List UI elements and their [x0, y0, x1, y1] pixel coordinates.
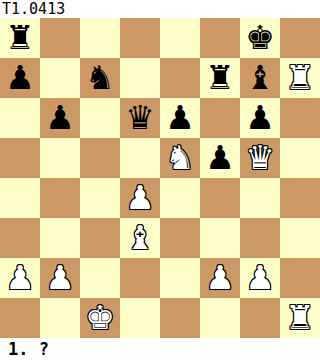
square-h5[interactable] [280, 138, 320, 178]
square-e3[interactable] [160, 218, 200, 258]
square-c1[interactable]: ♚ [80, 298, 120, 338]
square-a5[interactable] [0, 138, 40, 178]
square-h2[interactable] [280, 258, 320, 298]
square-d4[interactable]: ♟ [120, 178, 160, 218]
square-b3[interactable] [40, 218, 80, 258]
square-c2[interactable] [80, 258, 120, 298]
white-rook: ♜ [285, 58, 315, 98]
square-e2[interactable] [160, 258, 200, 298]
white-king: ♚ [85, 298, 115, 338]
square-a6[interactable] [0, 98, 40, 138]
white-bishop: ♝ [125, 218, 155, 258]
square-a3[interactable] [0, 218, 40, 258]
square-g8[interactable]: ♚ [240, 18, 280, 58]
square-h3[interactable] [280, 218, 320, 258]
square-e5[interactable]: ♞ [160, 138, 200, 178]
square-c4[interactable] [80, 178, 120, 218]
black-pawn: ♟ [245, 98, 275, 138]
square-h1[interactable]: ♜ [280, 298, 320, 338]
black-pawn: ♟ [205, 138, 235, 178]
square-d2[interactable] [120, 258, 160, 298]
move-prompt: 1. ? [0, 338, 320, 360]
white-pawn: ♟ [125, 178, 155, 218]
square-g6[interactable]: ♟ [240, 98, 280, 138]
square-d1[interactable] [120, 298, 160, 338]
square-g7[interactable]: ♝ [240, 58, 280, 98]
square-g3[interactable] [240, 218, 280, 258]
square-b6[interactable]: ♟ [40, 98, 80, 138]
square-f6[interactable] [200, 98, 240, 138]
square-d8[interactable] [120, 18, 160, 58]
square-e8[interactable] [160, 18, 200, 58]
square-h8[interactable] [280, 18, 320, 58]
square-g1[interactable] [240, 298, 280, 338]
chess-board: ♜♚♟♞♜♝♜♟♛♟♟♞♟♛♟♝♟♟♟♟♚♜ [0, 18, 320, 338]
square-b5[interactable] [40, 138, 80, 178]
square-a1[interactable] [0, 298, 40, 338]
square-b4[interactable] [40, 178, 80, 218]
square-a2[interactable]: ♟ [0, 258, 40, 298]
square-a8[interactable]: ♜ [0, 18, 40, 58]
square-b1[interactable] [40, 298, 80, 338]
square-h7[interactable]: ♜ [280, 58, 320, 98]
square-c3[interactable] [80, 218, 120, 258]
white-knight: ♞ [165, 138, 195, 178]
square-b8[interactable] [40, 18, 80, 58]
black-queen: ♛ [125, 98, 155, 138]
square-d6[interactable]: ♛ [120, 98, 160, 138]
black-pawn: ♟ [5, 58, 35, 98]
white-pawn: ♟ [205, 258, 235, 298]
square-c7[interactable]: ♞ [80, 58, 120, 98]
square-f4[interactable] [200, 178, 240, 218]
square-e6[interactable]: ♟ [160, 98, 200, 138]
square-g4[interactable] [240, 178, 280, 218]
black-knight: ♞ [85, 58, 115, 98]
square-c5[interactable] [80, 138, 120, 178]
white-pawn: ♟ [5, 258, 35, 298]
square-g5[interactable]: ♛ [240, 138, 280, 178]
black-bishop: ♝ [245, 58, 275, 98]
white-rook: ♜ [285, 298, 315, 338]
white-pawn: ♟ [245, 258, 275, 298]
square-h6[interactable] [280, 98, 320, 138]
square-c6[interactable] [80, 98, 120, 138]
square-b2[interactable]: ♟ [40, 258, 80, 298]
square-d5[interactable] [120, 138, 160, 178]
square-a7[interactable]: ♟ [0, 58, 40, 98]
square-h4[interactable] [280, 178, 320, 218]
problem-id: T1.0413 [0, 0, 320, 18]
square-e7[interactable] [160, 58, 200, 98]
black-rook: ♜ [205, 58, 235, 98]
square-d3[interactable]: ♝ [120, 218, 160, 258]
black-king: ♚ [245, 18, 275, 58]
black-rook: ♜ [5, 18, 35, 58]
square-d7[interactable] [120, 58, 160, 98]
black-pawn: ♟ [45, 98, 75, 138]
chess-puzzle-window: T1.0413 ♜♚♟♞♜♝♜♟♛♟♟♞♟♛♟♝♟♟♟♟♚♜ 1. ? [0, 0, 320, 360]
square-f2[interactable]: ♟ [200, 258, 240, 298]
square-b7[interactable] [40, 58, 80, 98]
square-f1[interactable] [200, 298, 240, 338]
square-e4[interactable] [160, 178, 200, 218]
white-pawn: ♟ [45, 258, 75, 298]
white-queen: ♛ [245, 138, 275, 178]
square-f3[interactable] [200, 218, 240, 258]
square-e1[interactable] [160, 298, 200, 338]
square-g2[interactable]: ♟ [240, 258, 280, 298]
black-pawn: ♟ [165, 98, 195, 138]
square-f7[interactable]: ♜ [200, 58, 240, 98]
square-a4[interactable] [0, 178, 40, 218]
square-c8[interactable] [80, 18, 120, 58]
square-f8[interactable] [200, 18, 240, 58]
square-f5[interactable]: ♟ [200, 138, 240, 178]
